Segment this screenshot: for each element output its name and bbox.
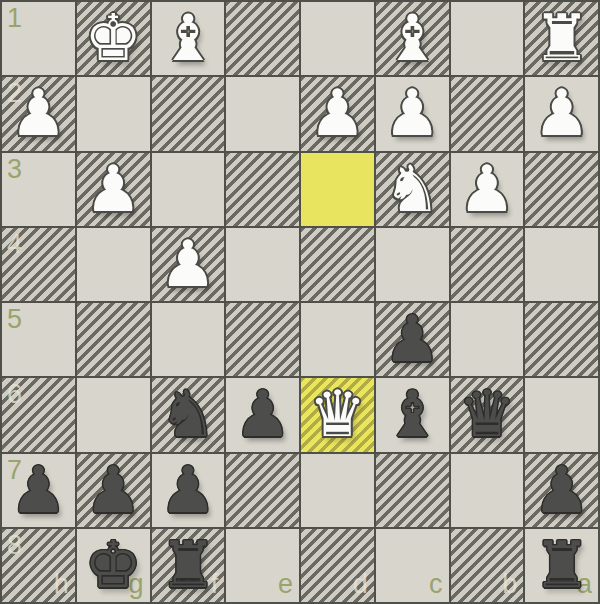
square-g5[interactable] xyxy=(77,303,150,376)
square-f1[interactable]: ♝ xyxy=(152,2,225,75)
square-g2[interactable] xyxy=(77,77,150,150)
square-f8[interactable]: f♜ xyxy=(152,529,225,602)
square-a6[interactable] xyxy=(525,378,598,451)
white-queen-icon[interactable]: ♛ xyxy=(309,378,366,451)
square-h4[interactable]: 4 xyxy=(2,228,75,301)
square-f6[interactable]: ♞ xyxy=(152,378,225,451)
white-pawn-icon[interactable]: ♟ xyxy=(10,77,67,150)
square-b6[interactable]: ♛ xyxy=(451,378,524,451)
square-b5[interactable] xyxy=(451,303,524,376)
square-f7[interactable]: ♟ xyxy=(152,454,225,527)
square-a7[interactable]: ♟ xyxy=(525,454,598,527)
square-d4[interactable] xyxy=(301,228,374,301)
square-b8[interactable]: b xyxy=(451,529,524,602)
black-queen-icon[interactable]: ♛ xyxy=(458,378,515,451)
file-label-b: b xyxy=(502,571,517,598)
file-label-c: c xyxy=(429,571,443,598)
rank-label-1: 1 xyxy=(7,5,22,32)
square-h6[interactable]: 6 xyxy=(2,378,75,451)
square-e6[interactable]: ♟ xyxy=(226,378,299,451)
square-h7[interactable]: 7♟ xyxy=(2,454,75,527)
square-c5[interactable]: ♟ xyxy=(376,303,449,376)
rank-label-6: 6 xyxy=(7,381,22,408)
square-c8[interactable]: c xyxy=(376,529,449,602)
black-knight-icon[interactable]: ♞ xyxy=(159,378,216,451)
rank-label-4: 4 xyxy=(7,231,22,258)
square-c4[interactable] xyxy=(376,228,449,301)
square-a3[interactable] xyxy=(525,153,598,226)
square-d1[interactable] xyxy=(301,2,374,75)
black-pawn-icon[interactable]: ♟ xyxy=(159,454,216,527)
square-c3[interactable]: ♞ xyxy=(376,153,449,226)
square-e2[interactable] xyxy=(226,77,299,150)
square-d8[interactable]: d xyxy=(301,529,374,602)
square-a8[interactable]: a♜ xyxy=(525,529,598,602)
square-e4[interactable] xyxy=(226,228,299,301)
square-c7[interactable] xyxy=(376,454,449,527)
file-label-d: d xyxy=(353,571,368,598)
white-pawn-icon[interactable]: ♟ xyxy=(533,77,590,150)
black-pawn-icon[interactable]: ♟ xyxy=(10,454,67,527)
square-g8[interactable]: g♚ xyxy=(77,529,150,602)
square-b2[interactable] xyxy=(451,77,524,150)
white-knight-icon[interactable]: ♞ xyxy=(383,153,440,226)
square-d7[interactable] xyxy=(301,454,374,527)
file-label-e: e xyxy=(278,571,293,598)
square-h8[interactable]: 8h xyxy=(2,529,75,602)
square-e1[interactable] xyxy=(226,2,299,75)
square-h1[interactable]: 1 xyxy=(2,2,75,75)
square-b4[interactable] xyxy=(451,228,524,301)
square-h5[interactable]: 5 xyxy=(2,303,75,376)
rank-label-3: 3 xyxy=(7,156,22,183)
white-pawn-icon[interactable]: ♟ xyxy=(159,228,216,301)
square-f5[interactable] xyxy=(152,303,225,376)
square-c2[interactable]: ♟ xyxy=(376,77,449,150)
white-pawn-icon[interactable]: ♟ xyxy=(458,153,515,226)
square-e8[interactable]: e xyxy=(226,529,299,602)
square-d2[interactable]: ♟ xyxy=(301,77,374,150)
square-g7[interactable]: ♟ xyxy=(77,454,150,527)
black-pawn-icon[interactable]: ♟ xyxy=(84,454,141,527)
square-g1[interactable]: ♚ xyxy=(77,2,150,75)
square-c6[interactable]: ♝ xyxy=(376,378,449,451)
square-g3[interactable]: ♟ xyxy=(77,153,150,226)
black-rook-icon[interactable]: ♜ xyxy=(159,529,216,602)
white-king-icon[interactable]: ♚ xyxy=(84,2,141,75)
square-f4[interactable]: ♟ xyxy=(152,228,225,301)
black-pawn-icon[interactable]: ♟ xyxy=(533,454,590,527)
square-b7[interactable] xyxy=(451,454,524,527)
white-bishop-icon[interactable]: ♝ xyxy=(383,2,440,75)
square-e7[interactable] xyxy=(226,454,299,527)
square-f3[interactable] xyxy=(152,153,225,226)
black-rook-icon[interactable]: ♜ xyxy=(533,529,590,602)
black-bishop-icon[interactable]: ♝ xyxy=(383,378,440,451)
square-e3[interactable] xyxy=(226,153,299,226)
white-rook-icon[interactable]: ♜ xyxy=(533,2,590,75)
rank-label-8: 8 xyxy=(7,532,22,559)
square-g6[interactable] xyxy=(77,378,150,451)
square-a4[interactable] xyxy=(525,228,598,301)
black-king-icon[interactable]: ♚ xyxy=(84,529,141,602)
file-label-h: h xyxy=(54,571,69,598)
square-c1[interactable]: ♝ xyxy=(376,2,449,75)
white-bishop-icon[interactable]: ♝ xyxy=(159,2,216,75)
square-h2[interactable]: 2♟ xyxy=(2,77,75,150)
square-a5[interactable] xyxy=(525,303,598,376)
square-e5[interactable] xyxy=(226,303,299,376)
square-b3[interactable]: ♟ xyxy=(451,153,524,226)
square-h3[interactable]: 3 xyxy=(2,153,75,226)
square-b1[interactable] xyxy=(451,2,524,75)
square-f2[interactable] xyxy=(152,77,225,150)
rank-label-5: 5 xyxy=(7,306,22,333)
square-a2[interactable]: ♟ xyxy=(525,77,598,150)
square-d6[interactable]: ♛ xyxy=(301,378,374,451)
chess-board: 1♚♝♝♜2♟♟♟♟3♟♞♟4♟5♟6♞♟♛♝♛7♟♟♟♟8hg♚f♜edcba… xyxy=(0,0,600,604)
square-a1[interactable]: ♜ xyxy=(525,2,598,75)
square-g4[interactable] xyxy=(77,228,150,301)
square-d5[interactable] xyxy=(301,303,374,376)
white-pawn-icon[interactable]: ♟ xyxy=(84,153,141,226)
black-pawn-icon[interactable]: ♟ xyxy=(383,303,440,376)
black-pawn-icon[interactable]: ♟ xyxy=(234,378,291,451)
white-pawn-icon[interactable]: ♟ xyxy=(383,77,440,150)
white-pawn-icon[interactable]: ♟ xyxy=(309,77,366,150)
square-d3[interactable] xyxy=(301,153,374,226)
